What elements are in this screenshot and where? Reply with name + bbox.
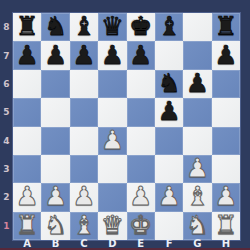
square-c6[interactable] <box>70 70 98 98</box>
square-f5[interactable]: ♟ <box>155 98 183 126</box>
rank-label-1: 1 <box>0 212 13 240</box>
piece-white-king-e1[interactable]: ♚ <box>129 212 152 238</box>
piece-black-rook-a8[interactable]: ♜ <box>16 13 39 39</box>
piece-black-pawn-c7[interactable]: ♟ <box>72 42 95 68</box>
piece-white-pawn-e2[interactable]: ♟ <box>129 183 152 209</box>
square-c3[interactable] <box>70 155 98 183</box>
piece-black-pawn-b7[interactable]: ♟ <box>44 42 67 68</box>
square-d4[interactable]: ♟ <box>98 127 126 155</box>
piece-black-pawn-h7[interactable]: ♟ <box>214 42 237 68</box>
piece-black-bishop-f8[interactable]: ♝ <box>157 13 180 39</box>
square-f1[interactable] <box>155 212 183 240</box>
square-f4[interactable] <box>155 127 183 155</box>
square-h5[interactable] <box>212 98 240 126</box>
square-g5[interactable] <box>183 98 211 126</box>
square-d7[interactable]: ♟ <box>98 41 126 69</box>
piece-white-pawn-a2[interactable]: ♟ <box>16 183 39 209</box>
rank-label-4: 4 <box>0 127 13 155</box>
square-f2[interactable]: ♟ <box>155 183 183 211</box>
piece-black-knight-f6[interactable]: ♞ <box>157 70 180 96</box>
square-g6[interactable]: ♟ <box>183 70 211 98</box>
square-g1[interactable]: ♞ <box>183 212 211 240</box>
square-b5[interactable] <box>41 98 69 126</box>
square-g3[interactable]: ♟ <box>183 155 211 183</box>
piece-white-pawn-f2[interactable]: ♟ <box>157 183 180 209</box>
square-e5[interactable] <box>127 98 155 126</box>
square-c7[interactable]: ♟ <box>70 41 98 69</box>
piece-white-pawn-c2[interactable]: ♟ <box>72 183 95 209</box>
square-f8[interactable]: ♝ <box>155 13 183 41</box>
rank-label-7: 7 <box>0 41 13 69</box>
square-h4[interactable] <box>212 127 240 155</box>
square-a3[interactable] <box>13 155 41 183</box>
piece-black-pawn-d7[interactable]: ♟ <box>101 42 124 68</box>
square-h1[interactable]: ♜ <box>212 212 240 240</box>
square-a7[interactable]: ♟ <box>13 41 41 69</box>
square-c8[interactable]: ♝ <box>70 13 98 41</box>
piece-black-bishop-c8[interactable]: ♝ <box>72 13 95 39</box>
square-a5[interactable] <box>13 98 41 126</box>
square-d8[interactable]: ♛ <box>98 13 126 41</box>
rank-label-2: 2 <box>0 183 13 211</box>
square-h6[interactable] <box>212 70 240 98</box>
square-h2[interactable]: ♟ <box>212 183 240 211</box>
piece-black-queen-d8[interactable]: ♛ <box>101 13 124 39</box>
piece-black-pawn-a7[interactable]: ♟ <box>16 42 39 68</box>
piece-white-bishop-g2[interactable]: ♝ <box>186 183 209 209</box>
square-b2[interactable]: ♟ <box>41 183 69 211</box>
square-g8[interactable] <box>183 13 211 41</box>
square-f3[interactable] <box>155 155 183 183</box>
square-e4[interactable] <box>127 127 155 155</box>
square-g4[interactable] <box>183 127 211 155</box>
square-c1[interactable]: ♝ <box>70 212 98 240</box>
square-c2[interactable]: ♟ <box>70 183 98 211</box>
square-d6[interactable] <box>98 70 126 98</box>
square-e7[interactable]: ♟ <box>127 41 155 69</box>
square-h3[interactable] <box>212 155 240 183</box>
square-h8[interactable]: ♜ <box>212 13 240 41</box>
piece-black-king-e8[interactable]: ♚ <box>129 13 152 39</box>
piece-black-knight-b8[interactable]: ♞ <box>44 13 67 39</box>
square-e6[interactable] <box>127 70 155 98</box>
square-b4[interactable] <box>41 127 69 155</box>
square-d3[interactable] <box>98 155 126 183</box>
square-b7[interactable]: ♟ <box>41 41 69 69</box>
piece-white-pawn-b2[interactable]: ♟ <box>44 183 67 209</box>
square-a1[interactable]: ♜ <box>13 212 41 240</box>
square-h7[interactable]: ♟ <box>212 41 240 69</box>
piece-black-pawn-e7[interactable]: ♟ <box>129 42 152 68</box>
square-e8[interactable]: ♚ <box>127 13 155 41</box>
piece-white-bishop-c1[interactable]: ♝ <box>72 212 95 238</box>
square-a2[interactable]: ♟ <box>13 183 41 211</box>
square-e1[interactable]: ♚ <box>127 212 155 240</box>
square-d2[interactable] <box>98 183 126 211</box>
square-g2[interactable]: ♝ <box>183 183 211 211</box>
piece-white-queen-d1[interactable]: ♛ <box>101 212 124 238</box>
piece-white-rook-h1[interactable]: ♜ <box>214 212 237 238</box>
rank-label-6: 6 <box>0 70 13 98</box>
piece-black-rook-h8[interactable]: ♜ <box>214 13 237 39</box>
square-d5[interactable] <box>98 98 126 126</box>
rank-label-5: 5 <box>0 98 13 126</box>
square-c5[interactable] <box>70 98 98 126</box>
piece-white-pawn-g3[interactable]: ♟ <box>186 155 209 181</box>
chess-diagram: ♜♞♝♛♚♝♜♟♟♟♟♟♟♞♟♟♟♟♟♟♟♟♟♝♟♜♞♝♛♚♞♜ 8765432… <box>0 0 250 250</box>
rank-label-8: 8 <box>0 13 13 41</box>
square-a6[interactable] <box>13 70 41 98</box>
square-a8[interactable]: ♜ <box>13 13 41 41</box>
square-b1[interactable]: ♞ <box>41 212 69 240</box>
square-b8[interactable]: ♞ <box>41 13 69 41</box>
piece-black-pawn-f5[interactable]: ♟ <box>157 98 180 124</box>
piece-white-knight-g1[interactable]: ♞ <box>186 212 209 238</box>
square-e3[interactable] <box>127 155 155 183</box>
piece-black-pawn-g6[interactable]: ♟ <box>186 70 209 96</box>
rank-labels: 87654321 <box>0 13 13 240</box>
square-a4[interactable] <box>13 127 41 155</box>
square-f7[interactable] <box>155 41 183 69</box>
piece-white-rook-a1[interactable]: ♜ <box>16 212 39 238</box>
piece-white-pawn-h2[interactable]: ♟ <box>214 183 237 209</box>
rank-label-3: 3 <box>0 155 13 183</box>
chess-board: ♜♞♝♛♚♝♜♟♟♟♟♟♟♞♟♟♟♟♟♟♟♟♟♝♟♜♞♝♛♚♞♜ <box>13 13 240 240</box>
square-g7[interactable] <box>183 41 211 69</box>
square-d1[interactable]: ♛ <box>98 212 126 240</box>
piece-white-knight-b1[interactable]: ♞ <box>44 212 67 238</box>
square-b3[interactable] <box>41 155 69 183</box>
square-c4[interactable] <box>70 127 98 155</box>
piece-white-pawn-d4[interactable]: ♟ <box>101 127 124 153</box>
square-f6[interactable]: ♞ <box>155 70 183 98</box>
square-b6[interactable] <box>41 70 69 98</box>
square-e2[interactable]: ♟ <box>127 183 155 211</box>
